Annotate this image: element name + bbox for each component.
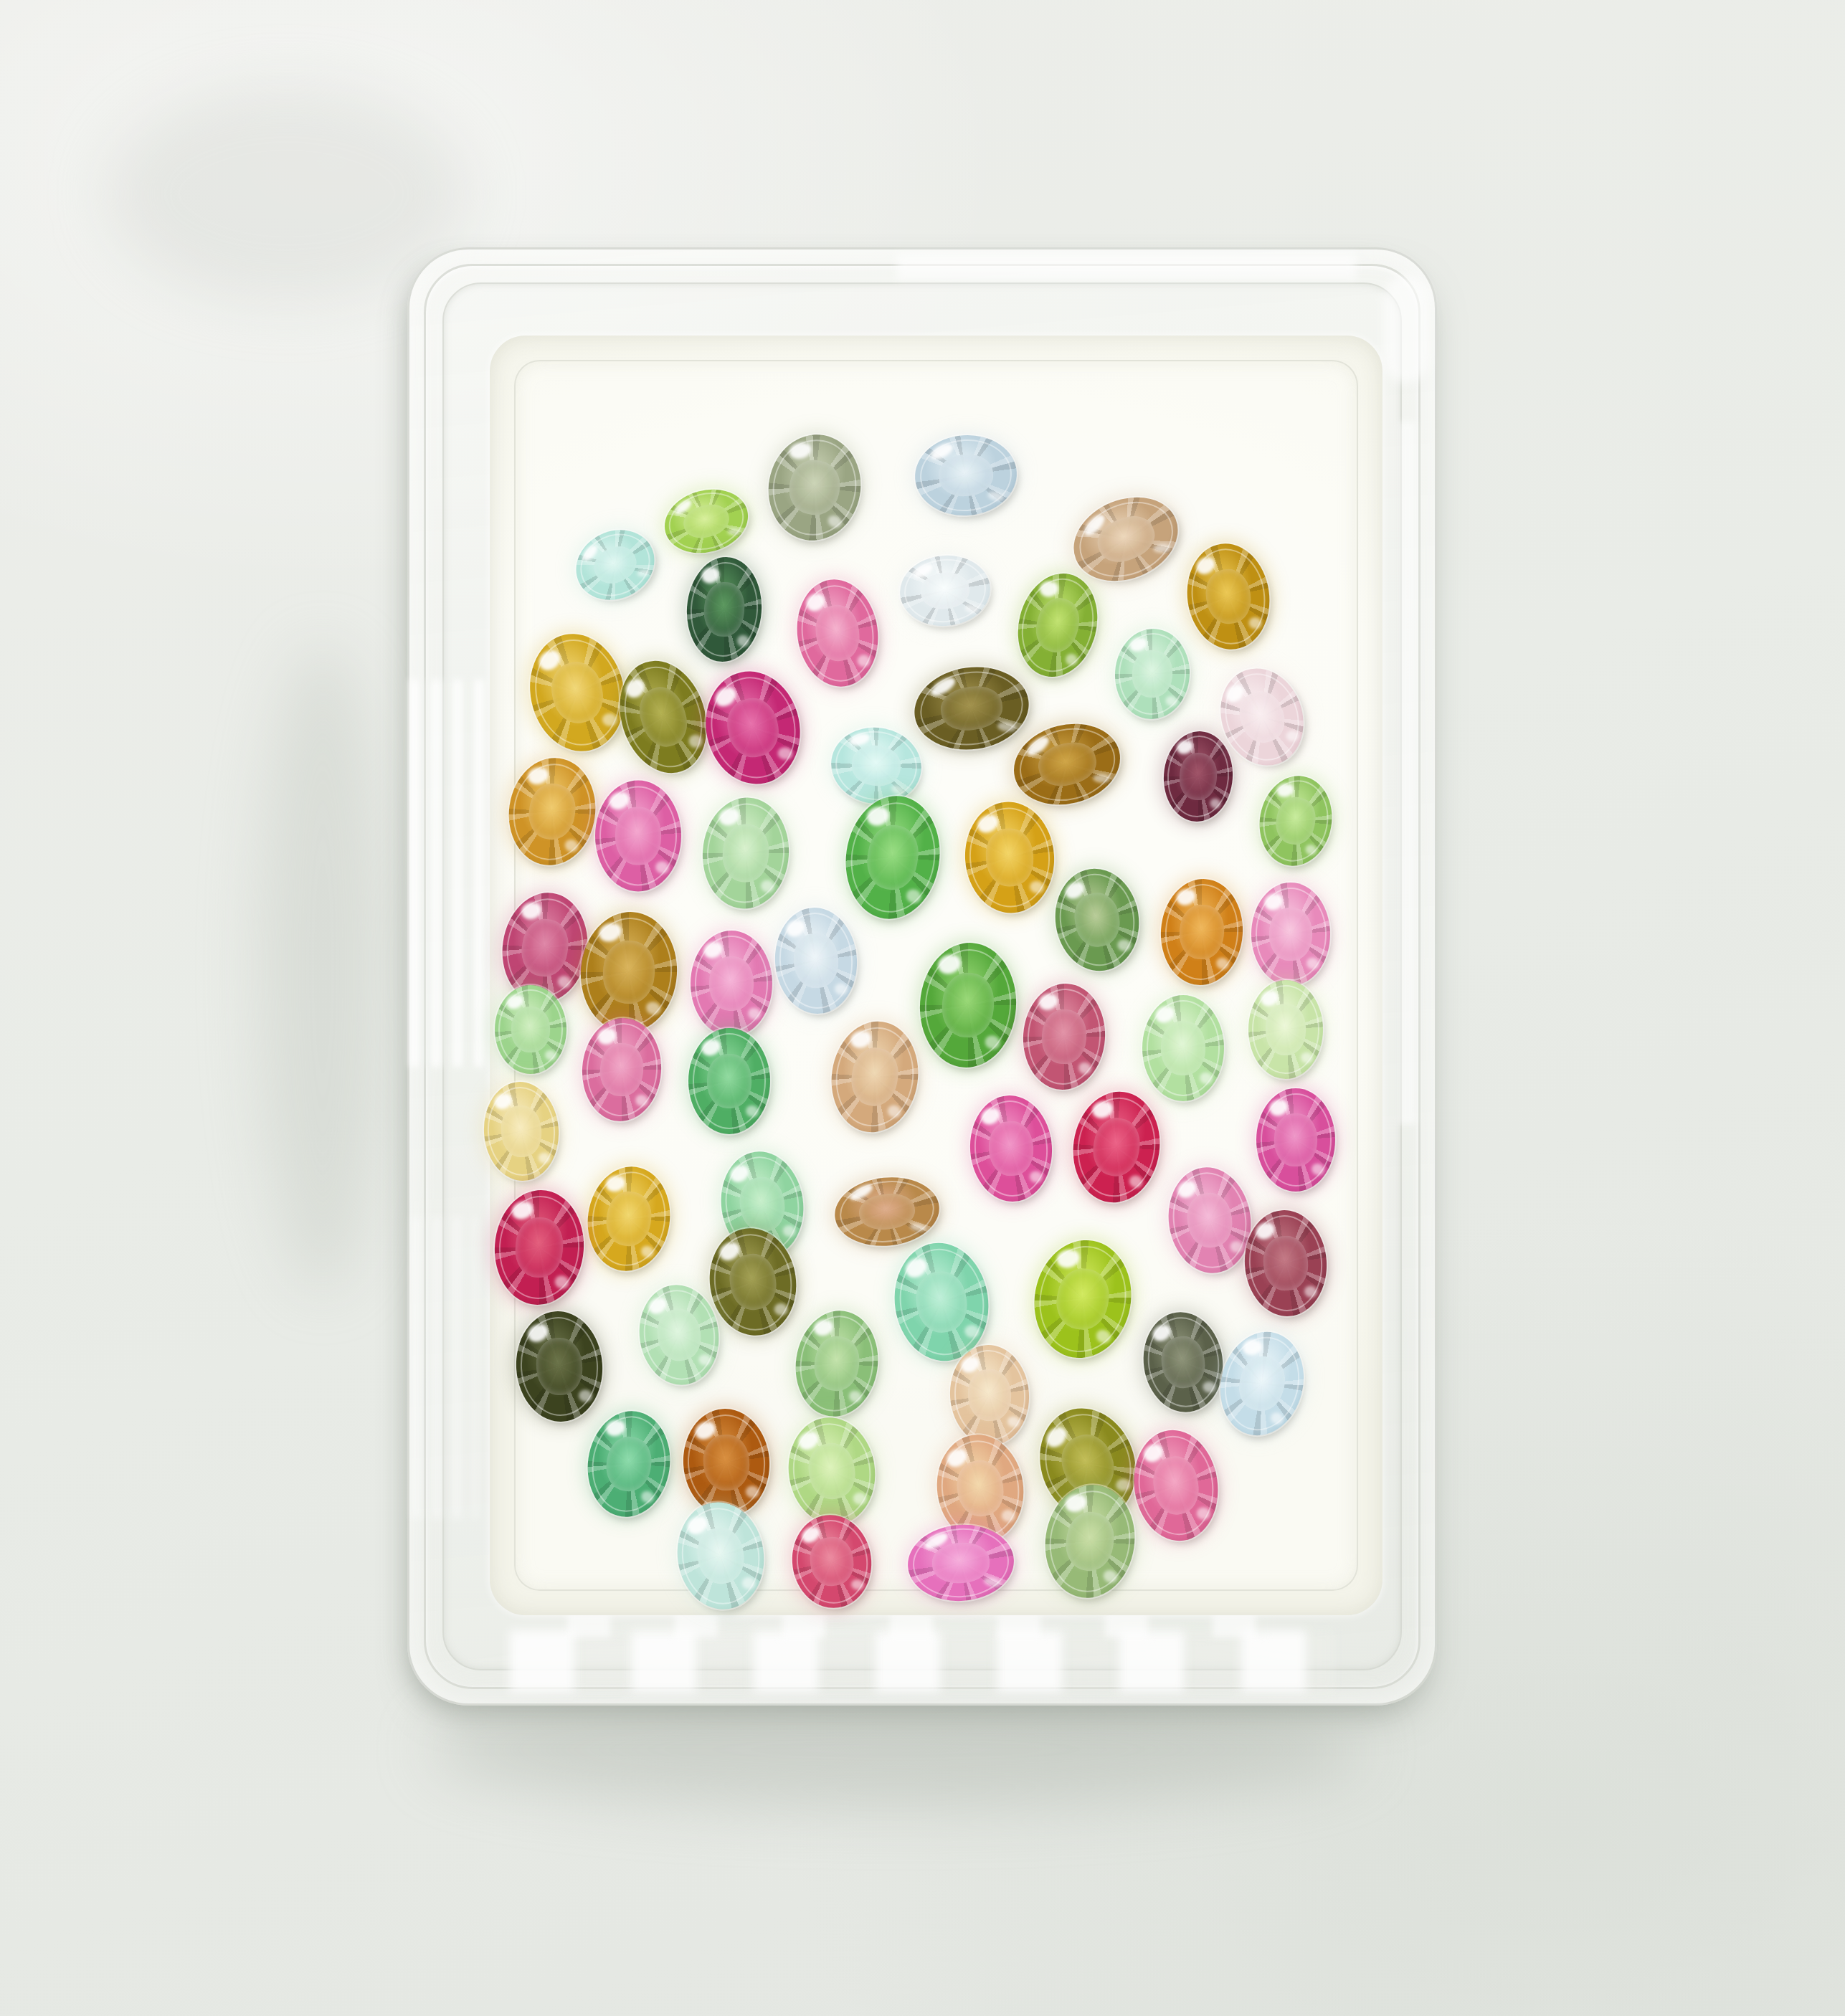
gem-53-chartreuse (1025, 1232, 1141, 1366)
gem-12-golden-yellow (519, 625, 635, 760)
gem-15-light-aqua (826, 722, 926, 810)
gem-58-gray-green-dark (1137, 1307, 1229, 1417)
gem-13-olive (606, 650, 721, 784)
gem-42-magenta (967, 1093, 1056, 1204)
gem-16-dark-olive-brown (909, 660, 1034, 756)
gem-33-green (916, 940, 1020, 1071)
gem-55-black-olive (513, 1308, 606, 1425)
gem-32-pale-blue (772, 905, 860, 1017)
gem-6-bright-pink (790, 574, 885, 692)
gem-67-pink-red (786, 1510, 877, 1613)
gem-4-pale-aqua (564, 518, 665, 613)
gem-38-peach-champagne (825, 1016, 925, 1138)
gem-3-yellow-green (658, 480, 755, 562)
gem-62-light-yellow-green (782, 1412, 882, 1530)
gem-35-light-green (495, 985, 566, 1074)
gem-44-magenta (1256, 1088, 1335, 1192)
gem-39-mint-green (1142, 995, 1224, 1101)
gem-61-cognac-orange (680, 1406, 773, 1519)
gem-18-garnet-red (1161, 729, 1236, 824)
gem-41-pale-yellow (480, 1080, 561, 1184)
gem-46-garnet-rose (1241, 1207, 1330, 1319)
gem-56-pale-mint (633, 1280, 725, 1390)
gem-54-sage-green (789, 1306, 884, 1422)
gem-66-pale-aqua (670, 1496, 771, 1615)
gem-31-pink (691, 931, 772, 1037)
gem-59-pale-blue (1210, 1323, 1314, 1444)
gem-47-golden-yellow (581, 1161, 676, 1276)
photo-background: { "subject": "Overhead photo of a clear … (0, 0, 1845, 2016)
gem-36-pink (579, 1015, 665, 1123)
gem-23-light-green (699, 795, 793, 912)
gem-21-amber-gold (502, 752, 602, 870)
gem-2-ice-blue (912, 432, 1019, 519)
gem-10-golden-olive (1180, 538, 1276, 655)
specular-highlight (689, 735, 703, 748)
gem-table-facet (1274, 1113, 1317, 1167)
gem-37-green (688, 1028, 770, 1134)
gem-43-red-rubellite (1066, 1086, 1167, 1208)
gem-40-pale-green (1248, 980, 1323, 1079)
gem-27-orange-amber (1157, 876, 1246, 988)
gem-28-pink (1251, 883, 1330, 986)
gem-48-red-rubellite (491, 1187, 588, 1308)
gem-17-golden-brown (1005, 713, 1129, 815)
gem-45-pink (1162, 1162, 1257, 1278)
gem-8-peridot-green (1007, 565, 1108, 685)
gem-5-forest-green (683, 555, 765, 665)
gem-34-rose (1020, 981, 1109, 1093)
gem-11-mint-green (1112, 627, 1193, 722)
gem-table-facet (1161, 1021, 1205, 1076)
gem-65-rose-pink (1127, 1425, 1225, 1546)
gem-1-gray-green (760, 427, 869, 548)
gem-14-rubellite (696, 662, 810, 793)
gem-51-bicolor-amber-pink (831, 1172, 942, 1251)
gem-table-facet (707, 1054, 751, 1109)
gem-7-white-blue (897, 552, 993, 630)
gem-table-facet (511, 1007, 550, 1052)
gem-table-facet (709, 956, 754, 1012)
gem-table-facet (1266, 1004, 1306, 1055)
gem-26-watermelon-green (1049, 863, 1146, 976)
gem-table-facet (1269, 908, 1312, 961)
gem-layer (0, 0, 1845, 2016)
gem-30-amber-olive (577, 909, 680, 1036)
gem-20-light-green (1253, 770, 1339, 871)
gem-22-pink (595, 781, 681, 892)
gem-25-golden-yellow (962, 799, 1058, 916)
gem-24-vivid-green (838, 790, 948, 925)
gem-table-facet (615, 807, 662, 865)
gem-60-emerald-green (581, 1406, 676, 1522)
gem-57-pale-peach (947, 1342, 1032, 1447)
